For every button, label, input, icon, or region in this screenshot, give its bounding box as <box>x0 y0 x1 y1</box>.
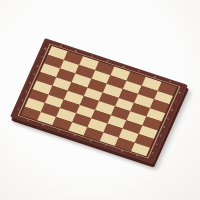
file-label-c-top: c <box>91 55 94 58</box>
board-grid <box>21 46 177 156</box>
file-label-a-top: a <box>59 45 62 48</box>
file-label-c-bottom: c <box>58 129 61 132</box>
file-label-a-bottom: a <box>26 119 29 122</box>
rank-label-8-left: 8 <box>44 47 47 50</box>
file-label-f-bottom: f <box>105 145 107 147</box>
chess-board: aabbccddeeffgghh8877665544332211 <box>10 38 188 164</box>
rank-label-7-right: 7 <box>174 100 177 103</box>
rank-label-6-right: 6 <box>170 109 173 112</box>
rank-label-2-right: 2 <box>155 143 158 146</box>
rank-label-7-left: 7 <box>40 56 43 59</box>
rank-label-3-left: 3 <box>25 91 28 94</box>
rank-label-2-left: 2 <box>21 99 24 102</box>
file-label-e-bottom: e <box>89 139 92 142</box>
file-label-h-bottom: h <box>136 155 139 158</box>
file-label-f-top: f <box>138 71 140 73</box>
photo-background: aabbccddeeffgghh8877665544332211 <box>0 0 200 200</box>
rank-label-4-left: 4 <box>29 82 32 85</box>
file-label-g-bottom: g <box>120 150 123 153</box>
file-label-e-top: e <box>122 65 125 68</box>
file-label-h-top: h <box>169 81 172 84</box>
file-label-b-bottom: b <box>42 124 45 127</box>
rank-label-3-right: 3 <box>159 135 162 138</box>
file-label-d-bottom: d <box>73 134 76 137</box>
rank-label-6-left: 6 <box>36 65 39 68</box>
rank-label-1-right: 1 <box>151 152 154 155</box>
rank-label-1-left: 1 <box>17 108 20 111</box>
rank-label-5-left: 5 <box>32 73 35 76</box>
rank-label-4-right: 4 <box>163 126 166 129</box>
rank-label-8-right: 8 <box>178 92 181 95</box>
file-label-d-top: d <box>106 60 109 63</box>
file-label-b-top: b <box>75 50 78 53</box>
rank-label-5-right: 5 <box>166 117 169 120</box>
file-label-g-top: g <box>153 76 156 79</box>
